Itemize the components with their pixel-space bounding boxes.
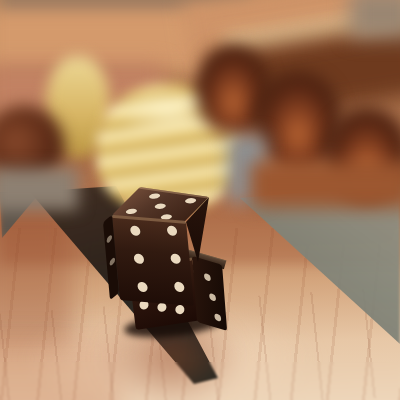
die-pip <box>137 281 148 292</box>
die-pip <box>130 225 141 236</box>
die-pip <box>167 225 178 236</box>
die-pip <box>109 257 115 267</box>
board-edge-shadow-right <box>250 162 400 208</box>
die-pip <box>209 292 216 301</box>
die-pip <box>170 253 181 264</box>
board-edge-shadow-left <box>0 168 78 210</box>
die-pip <box>184 198 199 205</box>
depth-of-field-soft-focus <box>0 362 400 400</box>
die-pip <box>124 208 139 215</box>
top-die-front-face <box>112 215 194 306</box>
pip-grid <box>112 215 194 306</box>
die-pip <box>107 234 113 244</box>
die-pip <box>147 193 162 200</box>
frame-corner <box>350 0 400 38</box>
die-pip <box>214 313 221 322</box>
die-pip <box>175 305 185 315</box>
die-pip <box>174 282 185 293</box>
die-pip <box>157 302 167 312</box>
die-pip <box>133 253 144 264</box>
die-pip <box>153 203 168 210</box>
die-pip <box>204 273 211 282</box>
bottom-die-right-face <box>192 256 227 331</box>
pip-grid <box>192 256 227 331</box>
backgammon-macro-photo <box>0 0 400 400</box>
